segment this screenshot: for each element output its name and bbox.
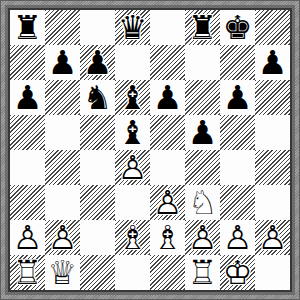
square-d5[interactable]: ♝ [115,115,150,150]
square-g6[interactable]: ♟ [220,80,255,115]
piece-white-queen: ♕ [45,255,80,290]
square-d8[interactable]: ♛ [115,10,150,45]
square-g7[interactable] [220,45,255,80]
square-f3[interactable]: ♞♘ [185,185,220,220]
square-d1[interactable] [115,255,150,290]
piece-white-pawn: ♙ [185,220,220,255]
square-b4[interactable] [45,150,80,185]
square-e5[interactable] [150,115,185,150]
piece-white-pawn: ♙ [150,185,185,220]
piece-black-pawn: ♟ [255,45,290,80]
square-b3[interactable] [45,185,80,220]
piece-white-pawn-fill: ♟ [255,220,290,255]
piece-white-knight-fill: ♞ [185,185,220,220]
square-g5[interactable] [220,115,255,150]
square-c8[interactable] [80,10,115,45]
square-f8[interactable]: ♜ [185,10,220,45]
board-frame-inner: ♜♛♜♚♟♟♟♟♞♝♟♟♝♟♟♙♟♙♞♘♟♙♟♙♝♗♝♗♟♙♟♙♟♙♜♖♛♕♜♖… [5,5,295,295]
square-f6[interactable] [185,80,220,115]
square-b6[interactable] [45,80,80,115]
piece-white-knight: ♘ [185,185,220,220]
square-h4[interactable] [255,150,290,185]
square-f5[interactable]: ♟ [185,115,220,150]
square-g4[interactable] [220,150,255,185]
piece-white-pawn: ♙ [220,220,255,255]
square-g3[interactable] [220,185,255,220]
piece-black-rook: ♜ [10,10,45,45]
square-d7[interactable] [115,45,150,80]
piece-white-rook: ♖ [10,255,45,290]
square-c4[interactable] [80,150,115,185]
square-a1[interactable]: ♜♖ [10,255,45,290]
square-f7[interactable] [185,45,220,80]
piece-white-pawn: ♙ [255,220,290,255]
square-c7[interactable]: ♟ [80,45,115,80]
piece-white-pawn-fill: ♟ [185,220,220,255]
square-h1[interactable] [255,255,290,290]
piece-black-knight: ♞ [80,80,115,115]
square-h7[interactable]: ♟ [255,45,290,80]
piece-white-bishop-fill: ♝ [115,220,150,255]
piece-white-pawn: ♙ [45,220,80,255]
piece-black-pawn: ♟ [185,115,220,150]
piece-white-pawn: ♙ [115,150,150,185]
square-e7[interactable] [150,45,185,80]
square-g8[interactable]: ♚ [220,10,255,45]
piece-white-pawn: ♙ [10,220,45,255]
piece-white-bishop: ♗ [150,220,185,255]
piece-black-pawn: ♟ [45,45,80,80]
piece-white-pawn-fill: ♟ [220,220,255,255]
piece-black-rook: ♜ [185,10,220,45]
piece-black-queen: ♛ [115,10,150,45]
square-b8[interactable] [45,10,80,45]
square-b2[interactable]: ♟♙ [45,220,80,255]
square-e3[interactable]: ♟♙ [150,185,185,220]
square-c3[interactable] [80,185,115,220]
square-d6[interactable]: ♝ [115,80,150,115]
piece-white-king: ♔ [220,255,255,290]
board-frame: ♜♛♜♚♟♟♟♟♞♝♟♟♝♟♟♙♟♙♞♘♟♙♟♙♝♗♝♗♟♙♟♙♟♙♜♖♛♕♜♖… [0,0,300,300]
square-a4[interactable] [10,150,45,185]
square-e6[interactable]: ♟ [150,80,185,115]
square-h8[interactable] [255,10,290,45]
square-f1[interactable]: ♜♖ [185,255,220,290]
square-h5[interactable] [255,115,290,150]
piece-black-pawn: ♟ [10,80,45,115]
square-h3[interactable] [255,185,290,220]
piece-black-pawn: ♟ [80,45,115,80]
piece-black-bishop: ♝ [115,80,150,115]
square-d3[interactable] [115,185,150,220]
piece-white-rook-fill: ♜ [10,255,45,290]
square-c1[interactable] [80,255,115,290]
square-b7[interactable]: ♟ [45,45,80,80]
piece-white-king-fill: ♚ [220,255,255,290]
square-g1[interactable]: ♚♔ [220,255,255,290]
chess-board: ♜♛♜♚♟♟♟♟♞♝♟♟♝♟♟♙♟♙♞♘♟♙♟♙♝♗♝♗♟♙♟♙♟♙♜♖♛♕♜♖… [8,8,292,292]
piece-white-rook: ♖ [185,255,220,290]
square-f2[interactable]: ♟♙ [185,220,220,255]
square-a2[interactable]: ♟♙ [10,220,45,255]
square-h6[interactable] [255,80,290,115]
piece-black-bishop: ♝ [115,115,150,150]
square-c5[interactable] [80,115,115,150]
square-a3[interactable] [10,185,45,220]
square-a8[interactable]: ♜ [10,10,45,45]
square-b1[interactable]: ♛♕ [45,255,80,290]
square-c6[interactable]: ♞ [80,80,115,115]
square-b5[interactable] [45,115,80,150]
piece-white-queen-fill: ♛ [45,255,80,290]
square-e8[interactable] [150,10,185,45]
piece-black-king: ♚ [220,10,255,45]
piece-white-bishop: ♗ [115,220,150,255]
square-c2[interactable] [80,220,115,255]
square-h2[interactable]: ♟♙ [255,220,290,255]
square-f4[interactable] [185,150,220,185]
piece-white-pawn-fill: ♟ [150,185,185,220]
piece-white-pawn-fill: ♟ [45,220,80,255]
piece-black-pawn: ♟ [150,80,185,115]
piece-white-bishop-fill: ♝ [150,220,185,255]
square-a6[interactable]: ♟ [10,80,45,115]
square-d4[interactable]: ♟♙ [115,150,150,185]
piece-white-rook-fill: ♜ [185,255,220,290]
square-g2[interactable]: ♟♙ [220,220,255,255]
square-d2[interactable]: ♝♗ [115,220,150,255]
square-e4[interactable] [150,150,185,185]
square-e2[interactable]: ♝♗ [150,220,185,255]
square-e1[interactable] [150,255,185,290]
piece-white-pawn-fill: ♟ [115,150,150,185]
square-a7[interactable] [10,45,45,80]
piece-black-pawn: ♟ [220,80,255,115]
piece-white-pawn-fill: ♟ [10,220,45,255]
square-a5[interactable] [10,115,45,150]
